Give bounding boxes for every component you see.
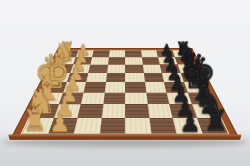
square-c1[interactable]: ♝ [51,65,72,73]
square-a6[interactable] [141,51,158,58]
board-grid: ♜♟♟♜♞♟♟♞♝♟♟♝♛♟♟♛♚♟♟♚♝♟♟♝♞♟♟♞♜♟♟♜ [22,51,228,134]
square-a4[interactable] [108,51,125,58]
board-frame: ♜♟♟♜♞♟♟♞♝♟♟♝♛♟♟♛♚♟♟♚♝♟♟♝♞♟♟♞♜♟♟♜ [20,50,229,134]
square-f2[interactable]: ♟ [58,92,83,104]
chess-board: ♜♟♟♜♞♟♟♞♝♟♟♝♛♟♟♛♚♟♟♚♝♟♟♝♞♟♟♞♜♟♟♜ [10,48,241,139]
square-e2[interactable]: ♟ [63,82,86,92]
square-a3[interactable] [92,51,109,58]
square-d3[interactable] [86,73,107,82]
square-c3[interactable] [88,65,107,73]
square-d2[interactable]: ♟ [67,73,89,82]
square-b2[interactable]: ♟ [73,57,92,64]
square-f6[interactable] [146,92,170,104]
square-h5[interactable] [125,118,151,134]
piece-white-pawn-a2: ♟ [77,43,91,58]
piece-white-pawn-g2: ♟ [55,97,75,119]
piece-white-pawn-d2: ♟ [68,65,84,83]
square-f5[interactable] [125,92,147,104]
square-b6[interactable] [142,57,160,64]
square-f4[interactable] [103,92,125,104]
square-a2[interactable]: ♟ [75,51,93,58]
square-d7[interactable]: ♟ [162,73,184,82]
square-c4[interactable] [107,65,125,73]
square-h3[interactable] [74,118,102,134]
square-d5[interactable] [125,73,145,82]
board-front-edge [8,134,241,139]
square-b5[interactable] [125,57,142,64]
square-b4[interactable] [108,57,125,64]
square-h4[interactable] [99,118,125,134]
square-c5[interactable] [125,65,143,73]
square-f8[interactable]: ♝ [187,92,213,104]
square-e8[interactable]: ♚ [184,82,209,92]
perspective-stage: ♜♟♟♜♞♟♟♞♝♟♟♝♛♟♟♛♚♟♟♚♝♟♟♝♞♟♟♞♜♟♟♜ [40,0,210,166]
square-d6[interactable] [143,73,164,82]
piece-white-rook-a1: ♜ [59,40,75,58]
piece-black-rook-a8: ♜ [175,40,191,58]
square-a5[interactable] [125,51,142,58]
square-a8[interactable]: ♜ [172,51,191,58]
piece-white-rook-h1: ♜ [22,107,47,135]
square-b8[interactable]: ♞ [175,57,195,64]
piece-black-pawn-f7: ♟ [172,85,190,106]
square-h2[interactable]: ♟ [48,118,77,134]
piece-black-rook-h8: ♜ [203,107,228,135]
piece-white-pawn-f2: ♟ [60,85,78,106]
square-e5[interactable] [125,82,146,92]
square-c2[interactable]: ♟ [70,65,90,73]
square-e6[interactable] [145,82,167,92]
square-g6[interactable] [147,104,172,118]
square-e4[interactable] [104,82,125,92]
square-b3[interactable] [90,57,108,64]
square-f3[interactable] [81,92,105,104]
square-h8[interactable]: ♜ [196,118,227,134]
square-g8[interactable]: ♞ [192,104,221,118]
square-e3[interactable] [83,82,105,92]
square-b1[interactable]: ♞ [55,57,75,64]
square-c8[interactable]: ♝ [177,65,198,73]
square-g2[interactable]: ♟ [54,104,81,118]
square-g5[interactable] [125,104,149,118]
square-h1[interactable]: ♜ [22,118,53,134]
chess-set-photo: ♜♟♟♜♞♟♟♞♝♟♟♝♛♟♟♛♚♟♟♚♝♟♟♝♞♟♟♞♜♟♟♜ [0,0,250,166]
square-c6[interactable] [142,65,161,73]
piece-black-pawn-g7: ♟ [175,97,195,119]
square-d8[interactable]: ♛ [180,73,203,82]
square-e7[interactable]: ♟ [164,82,187,92]
square-g4[interactable] [101,104,125,118]
square-g3[interactable] [77,104,102,118]
square-d4[interactable] [106,73,126,82]
